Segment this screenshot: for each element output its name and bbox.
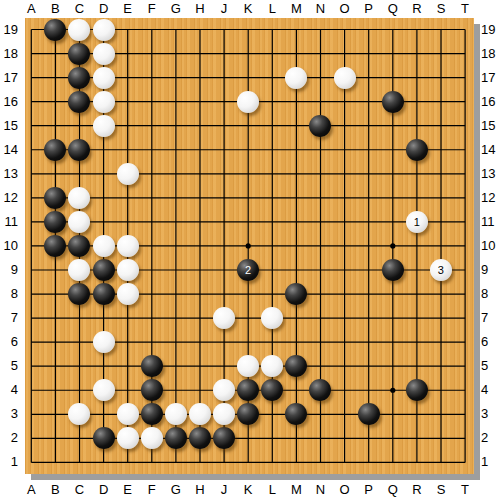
stone-white-E9[interactable] (117, 259, 139, 281)
stone-black-Q9[interactable] (382, 259, 404, 281)
stone-white-J4[interactable] (213, 379, 235, 401)
coord-label-top: N (316, 1, 325, 17)
move-number-label: 2 (245, 264, 251, 276)
coord-label-right: 6 (481, 334, 500, 350)
coord-label-top: A (27, 1, 36, 17)
coord-label-left: 4 (0, 382, 18, 398)
stone-black-N4[interactable] (309, 379, 331, 401)
stone-white-J7[interactable] (213, 307, 235, 329)
coord-label-right: 14 (481, 142, 500, 158)
stone-white-E8[interactable] (117, 283, 139, 305)
coord-label-top: D (99, 1, 108, 17)
stone-white-E13[interactable] (117, 163, 139, 185)
stone-black-D8[interactable] (93, 283, 115, 305)
stone-black-C10[interactable] (68, 235, 90, 257)
coord-label-left: 5 (0, 358, 18, 374)
coord-label-right: 5 (481, 358, 500, 374)
stone-black-B19[interactable] (44, 19, 66, 41)
coord-label-top: R (412, 1, 421, 17)
stone-black-R4[interactable] (406, 379, 428, 401)
stone-white-K5[interactable] (237, 355, 259, 377)
coord-label-left: 13 (0, 166, 18, 182)
coord-label-bottom: N (316, 482, 325, 498)
stone-black-K9[interactable]: 2 (237, 259, 259, 281)
stone-black-F5[interactable] (141, 355, 163, 377)
stone-grid: 213 (19, 17, 477, 474)
stone-black-B10[interactable] (44, 235, 66, 257)
stone-black-M5[interactable] (285, 355, 307, 377)
stone-black-F4[interactable] (141, 379, 163, 401)
stone-black-K4[interactable] (237, 379, 259, 401)
coord-label-bottom: H (195, 482, 204, 498)
stone-black-N15[interactable] (309, 115, 331, 137)
stone-black-Q16[interactable] (382, 91, 404, 113)
coord-label-bottom: G (171, 482, 181, 498)
stone-black-D2[interactable] (93, 427, 115, 449)
coord-label-bottom: B (51, 482, 60, 498)
coord-label-top: P (364, 1, 373, 17)
stone-white-D4[interactable] (93, 379, 115, 401)
coord-label-top: S (437, 1, 446, 17)
coord-label-top: E (123, 1, 132, 17)
coord-label-left: 11 (0, 214, 18, 230)
stone-white-L7[interactable] (261, 307, 283, 329)
coord-label-top: J (221, 1, 228, 17)
stone-white-D16[interactable] (93, 91, 115, 113)
coord-label-right: 9 (481, 262, 500, 278)
stone-black-K3[interactable] (237, 403, 259, 425)
stone-black-P3[interactable] (358, 403, 380, 425)
coord-label-left: 6 (0, 334, 18, 350)
stone-black-M3[interactable] (285, 403, 307, 425)
coord-label-bottom: A (27, 482, 36, 498)
stone-white-H3[interactable] (189, 403, 211, 425)
stone-black-H2[interactable] (189, 427, 211, 449)
coord-label-right: 12 (481, 190, 500, 206)
coord-label-right: 13 (481, 166, 500, 182)
stone-white-M17[interactable] (285, 67, 307, 89)
coord-label-bottom: S (437, 482, 446, 498)
coord-label-top: F (148, 1, 156, 17)
stone-black-F3[interactable] (141, 403, 163, 425)
coord-label-left: 15 (0, 118, 18, 134)
stone-white-C9[interactable] (68, 259, 90, 281)
coord-label-top: O (340, 1, 350, 17)
coord-label-right: 17 (481, 70, 500, 86)
coord-label-left: 7 (0, 310, 18, 326)
coord-label-top: G (171, 1, 181, 17)
stone-black-C17[interactable] (68, 67, 90, 89)
move-number-label: 1 (414, 216, 420, 228)
coord-label-left: 19 (0, 22, 18, 38)
coord-label-bottom: M (291, 482, 302, 498)
coord-label-right: 1 (481, 454, 500, 470)
coord-label-top: T (461, 1, 469, 17)
stone-white-J3[interactable] (213, 403, 235, 425)
coord-label-right: 7 (481, 310, 500, 326)
coord-label-bottom: O (340, 482, 350, 498)
coord-label-left: 10 (0, 238, 18, 254)
coord-label-bottom: R (412, 482, 421, 498)
stone-white-R11[interactable]: 1 (406, 211, 428, 233)
stone-black-C16[interactable] (68, 91, 90, 113)
stone-white-K16[interactable] (237, 91, 259, 113)
coord-label-bottom: C (75, 482, 84, 498)
coord-label-left: 14 (0, 142, 18, 158)
coord-label-top: C (75, 1, 84, 17)
coord-label-right: 2 (481, 430, 500, 446)
coord-label-right: 3 (481, 406, 500, 422)
stone-black-B14[interactable] (44, 139, 66, 161)
stone-white-D19[interactable] (93, 19, 115, 41)
coord-label-bottom: L (269, 482, 276, 498)
stone-black-M8[interactable] (285, 283, 307, 305)
coord-label-bottom: D (99, 482, 108, 498)
stone-white-E10[interactable] (117, 235, 139, 257)
stone-black-C14[interactable] (68, 139, 90, 161)
coord-label-top: L (269, 1, 276, 17)
coord-label-left: 8 (0, 286, 18, 302)
stone-black-R14[interactable] (406, 139, 428, 161)
stone-white-F2[interactable] (141, 427, 163, 449)
coord-label-right: 10 (481, 238, 500, 254)
stone-black-D9[interactable] (93, 259, 115, 281)
stone-white-S9[interactable]: 3 (430, 259, 452, 281)
coord-label-right: 15 (481, 118, 500, 134)
coord-label-top: Q (388, 1, 398, 17)
stone-white-D6[interactable] (93, 331, 115, 353)
stone-white-E3[interactable] (117, 403, 139, 425)
coord-label-bottom: K (244, 482, 253, 498)
coord-label-right: 19 (481, 22, 500, 38)
stone-white-G3[interactable] (165, 403, 187, 425)
stone-white-O17[interactable] (334, 67, 356, 89)
coord-label-bottom: Q (388, 482, 398, 498)
coord-label-bottom: E (123, 482, 132, 498)
coord-label-bottom: F (148, 482, 156, 498)
coord-label-right: 8 (481, 286, 500, 302)
coord-label-bottom: T (461, 482, 469, 498)
coord-label-right: 4 (481, 382, 500, 398)
coord-label-left: 3 (0, 406, 18, 422)
stone-white-C12[interactable] (68, 187, 90, 209)
coord-label-top: M (291, 1, 302, 17)
stone-white-C3[interactable] (68, 403, 90, 425)
coord-label-left: 12 (0, 190, 18, 206)
stone-white-D18[interactable] (93, 43, 115, 65)
coord-label-left: 16 (0, 94, 18, 110)
coord-label-left: 17 (0, 70, 18, 86)
stone-white-C11[interactable] (68, 211, 90, 233)
stone-white-D10[interactable] (93, 235, 115, 257)
coord-label-bottom: P (364, 482, 373, 498)
stone-black-C18[interactable] (68, 43, 90, 65)
go-board[interactable]: 213 (25, 18, 474, 474)
coord-label-left: 2 (0, 430, 18, 446)
stone-black-C8[interactable] (68, 283, 90, 305)
coord-label-right: 18 (481, 46, 500, 62)
stone-white-E2[interactable] (117, 427, 139, 449)
stone-black-L4[interactable] (261, 379, 283, 401)
stone-white-D17[interactable] (93, 67, 115, 89)
stone-white-D15[interactable] (93, 115, 115, 137)
stone-black-B12[interactable] (44, 187, 66, 209)
stone-black-B11[interactable] (44, 211, 66, 233)
coord-label-left: 1 (0, 454, 18, 470)
move-number-label: 3 (438, 264, 444, 276)
coord-label-top: K (244, 1, 253, 17)
coord-label-left: 9 (0, 262, 18, 278)
coord-label-bottom: J (221, 482, 228, 498)
coord-label-right: 16 (481, 94, 500, 110)
coord-label-left: 18 (0, 46, 18, 62)
stone-black-J2[interactable] (213, 427, 235, 449)
stone-black-G2[interactable] (165, 427, 187, 449)
stone-white-C19[interactable] (68, 19, 90, 41)
coord-label-top: H (195, 1, 204, 17)
coord-label-right: 11 (481, 214, 500, 230)
stone-white-L5[interactable] (261, 355, 283, 377)
coord-label-top: B (51, 1, 60, 17)
